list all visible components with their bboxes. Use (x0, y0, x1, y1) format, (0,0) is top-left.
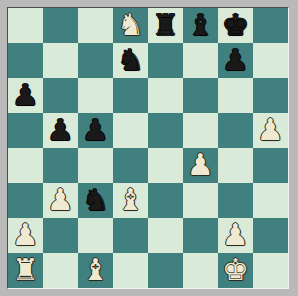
square-c5[interactable]: ♟ (78, 113, 113, 148)
square-a6[interactable]: ♟ (8, 78, 43, 113)
white-rook[interactable]: ♜ (12, 253, 39, 287)
square-c3[interactable]: ♞ (78, 183, 113, 218)
square-e2[interactable] (148, 218, 183, 253)
square-c2[interactable] (78, 218, 113, 253)
square-g5[interactable] (218, 113, 253, 148)
square-h5[interactable]: ♟ (253, 113, 288, 148)
black-knight[interactable]: ♞ (117, 43, 144, 77)
square-b8[interactable] (43, 8, 78, 43)
square-d2[interactable] (113, 218, 148, 253)
chess-app-window: ♞♜♝♚♞♟♟♟♟♟♟♟♞♝♟♟♜♝♚ (0, 0, 298, 296)
white-pawn[interactable]: ♟ (257, 113, 284, 147)
square-c1[interactable]: ♝ (78, 253, 113, 288)
black-pawn[interactable]: ♟ (47, 113, 74, 147)
square-d1[interactable] (113, 253, 148, 288)
white-pawn[interactable]: ♟ (47, 183, 74, 217)
square-d3[interactable]: ♝ (113, 183, 148, 218)
square-b3[interactable]: ♟ (43, 183, 78, 218)
white-knight[interactable]: ♞ (117, 8, 144, 42)
square-f7[interactable] (183, 43, 218, 78)
square-g6[interactable] (218, 78, 253, 113)
square-b2[interactable] (43, 218, 78, 253)
square-h4[interactable] (253, 148, 288, 183)
white-pawn[interactable]: ♟ (12, 218, 39, 252)
square-g1[interactable]: ♚ (218, 253, 253, 288)
square-e8[interactable]: ♜ (148, 8, 183, 43)
square-a2[interactable]: ♟ (8, 218, 43, 253)
square-f4[interactable]: ♟ (183, 148, 218, 183)
square-g3[interactable] (218, 183, 253, 218)
white-king[interactable]: ♚ (222, 253, 249, 287)
square-c8[interactable] (78, 8, 113, 43)
white-pawn[interactable]: ♟ (187, 148, 214, 182)
square-a5[interactable] (8, 113, 43, 148)
square-h1[interactable] (253, 253, 288, 288)
square-f5[interactable] (183, 113, 218, 148)
square-f6[interactable] (183, 78, 218, 113)
black-pawn[interactable]: ♟ (12, 78, 39, 112)
square-b6[interactable] (43, 78, 78, 113)
black-king[interactable]: ♚ (222, 8, 249, 42)
square-f2[interactable] (183, 218, 218, 253)
square-g8[interactable]: ♚ (218, 8, 253, 43)
chess-board: ♞♜♝♚♞♟♟♟♟♟♟♟♞♝♟♟♜♝♚ (7, 7, 289, 289)
square-h3[interactable] (253, 183, 288, 218)
square-h2[interactable] (253, 218, 288, 253)
square-b4[interactable] (43, 148, 78, 183)
square-f1[interactable] (183, 253, 218, 288)
square-d5[interactable] (113, 113, 148, 148)
white-bishop[interactable]: ♝ (117, 183, 144, 217)
square-a3[interactable] (8, 183, 43, 218)
square-f3[interactable] (183, 183, 218, 218)
square-g4[interactable] (218, 148, 253, 183)
square-h8[interactable] (253, 8, 288, 43)
black-pawn[interactable]: ♟ (82, 113, 109, 147)
square-e7[interactable] (148, 43, 183, 78)
black-bishop[interactable]: ♝ (187, 8, 214, 42)
white-pawn[interactable]: ♟ (222, 218, 249, 252)
square-d8[interactable]: ♞ (113, 8, 148, 43)
square-e5[interactable] (148, 113, 183, 148)
square-e1[interactable] (148, 253, 183, 288)
square-c4[interactable] (78, 148, 113, 183)
square-c6[interactable] (78, 78, 113, 113)
square-d4[interactable] (113, 148, 148, 183)
square-a1[interactable]: ♜ (8, 253, 43, 288)
white-bishop[interactable]: ♝ (82, 253, 109, 287)
square-e3[interactable] (148, 183, 183, 218)
square-c7[interactable] (78, 43, 113, 78)
square-a4[interactable] (8, 148, 43, 183)
square-b5[interactable]: ♟ (43, 113, 78, 148)
square-a7[interactable] (8, 43, 43, 78)
square-d7[interactable]: ♞ (113, 43, 148, 78)
square-b7[interactable] (43, 43, 78, 78)
square-g7[interactable]: ♟ (218, 43, 253, 78)
square-a8[interactable] (8, 8, 43, 43)
square-d6[interactable] (113, 78, 148, 113)
square-h7[interactable] (253, 43, 288, 78)
square-f8[interactable]: ♝ (183, 8, 218, 43)
black-rook[interactable]: ♜ (152, 8, 179, 42)
square-g2[interactable]: ♟ (218, 218, 253, 253)
square-h6[interactable] (253, 78, 288, 113)
square-e4[interactable] (148, 148, 183, 183)
black-knight[interactable]: ♞ (82, 183, 109, 217)
square-e6[interactable] (148, 78, 183, 113)
square-b1[interactable] (43, 253, 78, 288)
black-pawn[interactable]: ♟ (222, 43, 249, 77)
